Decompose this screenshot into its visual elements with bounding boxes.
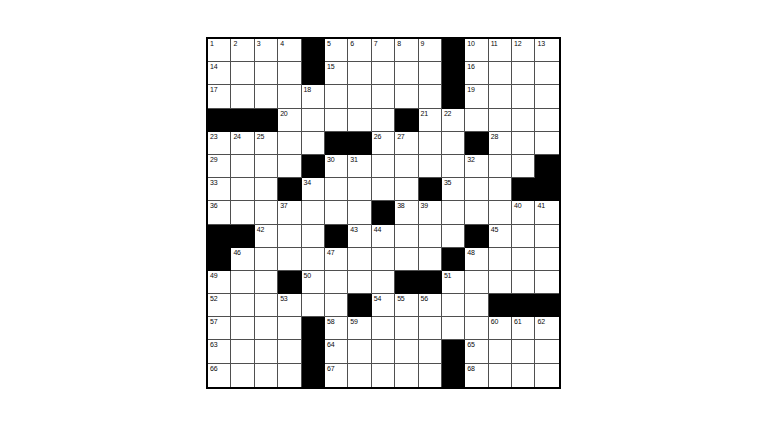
cell-r8c13[interactable] <box>489 201 512 224</box>
cell-r15c10[interactable] <box>419 364 442 387</box>
clue-number-58: 58 <box>327 318 334 325</box>
cell-r4c12[interactable] <box>465 109 488 132</box>
cell-r1c10[interactable]: 9 <box>419 39 442 62</box>
block-r2c5 <box>302 62 325 85</box>
clue-number-8: 8 <box>397 40 401 47</box>
cell-r10c10[interactable] <box>419 248 442 271</box>
clue-number-28: 28 <box>491 133 498 140</box>
clue-number-2: 2 <box>233 40 237 47</box>
cell-r6c4[interactable] <box>278 155 301 178</box>
cell-r10c4[interactable] <box>278 248 301 271</box>
crossword-grid: 1234567891011121314151617181920212223242… <box>206 37 561 389</box>
cell-r4c4[interactable]: 20 <box>278 109 301 132</box>
cell-r1c14[interactable]: 12 <box>512 39 535 62</box>
cell-r15c3[interactable] <box>255 364 278 387</box>
cell-r13c12[interactable] <box>465 317 488 340</box>
cell-r2c13[interactable] <box>489 62 512 85</box>
cell-r6c10[interactable] <box>419 155 442 178</box>
cell-r13c11[interactable] <box>442 317 465 340</box>
cell-r6c3[interactable] <box>255 155 278 178</box>
clue-number-18: 18 <box>304 86 311 93</box>
cell-r14c6[interactable]: 64 <box>325 340 348 363</box>
clue-number-49: 49 <box>210 272 217 279</box>
cell-r3c14[interactable] <box>512 85 535 108</box>
cell-r3c3[interactable] <box>255 85 278 108</box>
cell-r9c5[interactable] <box>302 225 325 248</box>
cell-r13c2[interactable] <box>231 317 254 340</box>
cell-r1c1[interactable]: 1 <box>208 39 231 62</box>
cell-r14c13[interactable] <box>489 340 512 363</box>
cell-r9c4[interactable] <box>278 225 301 248</box>
block-r5c12 <box>465 132 488 155</box>
clue-number-41: 41 <box>537 202 544 209</box>
clue-number-65: 65 <box>467 341 474 348</box>
cell-r6c6[interactable]: 30 <box>325 155 348 178</box>
cell-r2c9[interactable] <box>395 62 418 85</box>
cell-r15c2[interactable] <box>231 364 254 387</box>
cell-r12c10[interactable]: 56 <box>419 294 442 317</box>
cell-r14c9[interactable] <box>395 340 418 363</box>
clue-number-27: 27 <box>397 133 404 140</box>
cell-r3c15[interactable] <box>535 85 558 108</box>
cell-r10c6[interactable]: 47 <box>325 248 348 271</box>
cell-r7c5[interactable]: 34 <box>302 178 325 201</box>
block-r12c15 <box>535 294 558 317</box>
clue-number-7: 7 <box>374 40 378 47</box>
clue-number-61: 61 <box>514 318 521 325</box>
cell-r8c5[interactable] <box>302 201 325 224</box>
block-r4c1 <box>208 109 231 132</box>
cell-r14c10[interactable] <box>419 340 442 363</box>
cell-r13c6[interactable]: 58 <box>325 317 348 340</box>
page: 1234567891011121314151617181920212223242… <box>0 0 768 432</box>
clue-number-30: 30 <box>327 156 334 163</box>
clue-number-63: 63 <box>210 341 217 348</box>
cell-r13c10[interactable] <box>419 317 442 340</box>
cell-r1c8[interactable]: 7 <box>372 39 395 62</box>
cell-r8c14[interactable]: 40 <box>512 201 535 224</box>
block-r5c6 <box>325 132 348 155</box>
cell-r11c15[interactable] <box>535 271 558 294</box>
cell-r4c8[interactable] <box>372 109 395 132</box>
block-r1c5 <box>302 39 325 62</box>
cell-r7c8[interactable] <box>372 178 395 201</box>
cell-r15c13[interactable] <box>489 364 512 387</box>
clue-number-40: 40 <box>514 202 521 209</box>
clue-number-38: 38 <box>397 202 404 209</box>
block-r7c4 <box>278 178 301 201</box>
cell-r8c1[interactable]: 36 <box>208 201 231 224</box>
cell-r8c4[interactable]: 37 <box>278 201 301 224</box>
cell-r10c2[interactable]: 46 <box>231 248 254 271</box>
clue-number-53: 53 <box>280 295 287 302</box>
cell-r1c7[interactable]: 6 <box>348 39 371 62</box>
clue-number-45: 45 <box>491 226 498 233</box>
block-r5c7 <box>348 132 371 155</box>
clue-number-13: 13 <box>537 40 544 47</box>
cell-r2c6[interactable]: 15 <box>325 62 348 85</box>
cell-r7c11[interactable]: 35 <box>442 178 465 201</box>
block-r8c8 <box>372 201 395 224</box>
cell-r7c12[interactable] <box>465 178 488 201</box>
clue-number-6: 6 <box>350 40 354 47</box>
cell-r13c15[interactable]: 62 <box>535 317 558 340</box>
block-r2c11 <box>442 62 465 85</box>
cell-r6c2[interactable] <box>231 155 254 178</box>
clue-number-32: 32 <box>467 156 474 163</box>
block-r6c5 <box>302 155 325 178</box>
cell-r7c6[interactable] <box>325 178 348 201</box>
cell-r15c8[interactable] <box>372 364 395 387</box>
block-r11c10 <box>419 271 442 294</box>
cell-r1c3[interactable]: 3 <box>255 39 278 62</box>
clue-number-51: 51 <box>444 272 451 279</box>
block-r12c14 <box>512 294 535 317</box>
cell-r10c8[interactable] <box>372 248 395 271</box>
clue-number-24: 24 <box>233 133 240 140</box>
cell-r3c13[interactable] <box>489 85 512 108</box>
clue-number-42: 42 <box>257 226 264 233</box>
clue-number-67: 67 <box>327 365 334 372</box>
cell-r5c2[interactable]: 24 <box>231 132 254 155</box>
cell-r6c13[interactable] <box>489 155 512 178</box>
cell-r15c4[interactable] <box>278 364 301 387</box>
cell-r14c3[interactable] <box>255 340 278 363</box>
cell-r5c9[interactable]: 27 <box>395 132 418 155</box>
clue-number-26: 26 <box>374 133 381 140</box>
cell-r12c6[interactable] <box>325 294 348 317</box>
cell-r4c11[interactable]: 22 <box>442 109 465 132</box>
block-r3c11 <box>442 85 465 108</box>
cell-r15c9[interactable] <box>395 364 418 387</box>
clue-number-25: 25 <box>257 133 264 140</box>
cell-r14c8[interactable] <box>372 340 395 363</box>
cell-r14c14[interactable] <box>512 340 535 363</box>
cell-r11c6[interactable] <box>325 271 348 294</box>
cell-r12c8[interactable]: 54 <box>372 294 395 317</box>
cell-r6c12[interactable]: 32 <box>465 155 488 178</box>
block-r9c2 <box>231 225 254 248</box>
cell-r10c13[interactable] <box>489 248 512 271</box>
clue-number-19: 19 <box>467 86 474 93</box>
cell-r13c7[interactable]: 59 <box>348 317 371 340</box>
cell-r10c15[interactable] <box>535 248 558 271</box>
cell-r1c12[interactable]: 10 <box>465 39 488 62</box>
clue-number-4: 4 <box>280 40 284 47</box>
cell-r8c11[interactable] <box>442 201 465 224</box>
clue-number-22: 22 <box>444 110 451 117</box>
clue-number-59: 59 <box>350 318 357 325</box>
cell-r8c2[interactable] <box>231 201 254 224</box>
cell-r7c2[interactable] <box>231 178 254 201</box>
clue-number-56: 56 <box>421 295 428 302</box>
cell-r6c14[interactable] <box>512 155 535 178</box>
cell-r12c5[interactable] <box>302 294 325 317</box>
cell-r2c14[interactable] <box>512 62 535 85</box>
cell-r3c2[interactable] <box>231 85 254 108</box>
clue-number-62: 62 <box>537 318 544 325</box>
block-r9c12 <box>465 225 488 248</box>
clue-number-5: 5 <box>327 40 331 47</box>
cell-r11c2[interactable] <box>231 271 254 294</box>
block-r11c9 <box>395 271 418 294</box>
cell-r15c15[interactable] <box>535 364 558 387</box>
cell-r13c14[interactable]: 61 <box>512 317 535 340</box>
clue-number-21: 21 <box>421 110 428 117</box>
cell-r12c12[interactable] <box>465 294 488 317</box>
block-r11c4 <box>278 271 301 294</box>
cell-r5c5[interactable] <box>302 132 325 155</box>
block-r15c11 <box>442 364 465 387</box>
clue-number-11: 11 <box>491 40 498 47</box>
cell-r14c12[interactable]: 65 <box>465 340 488 363</box>
cell-r3c5[interactable]: 18 <box>302 85 325 108</box>
cell-r10c3[interactable] <box>255 248 278 271</box>
cell-r12c11[interactable] <box>442 294 465 317</box>
clue-number-15: 15 <box>327 63 334 70</box>
cell-r5c10[interactable] <box>419 132 442 155</box>
cell-r11c7[interactable] <box>348 271 371 294</box>
cell-r2c3[interactable] <box>255 62 278 85</box>
cell-r2c7[interactable] <box>348 62 371 85</box>
clue-number-66: 66 <box>210 365 217 372</box>
cell-r2c4[interactable] <box>278 62 301 85</box>
cell-r9c3[interactable]: 42 <box>255 225 278 248</box>
clue-number-31: 31 <box>350 156 357 163</box>
cell-r15c12[interactable]: 68 <box>465 364 488 387</box>
cell-r4c5[interactable] <box>302 109 325 132</box>
cell-r8c9[interactable]: 38 <box>395 201 418 224</box>
cell-r8c15[interactable]: 41 <box>535 201 558 224</box>
block-r7c14 <box>512 178 535 201</box>
cell-r13c1[interactable]: 57 <box>208 317 231 340</box>
cell-r6c9[interactable] <box>395 155 418 178</box>
cell-r9c13[interactable]: 45 <box>489 225 512 248</box>
clue-number-12: 12 <box>514 40 521 47</box>
cell-r11c11[interactable]: 51 <box>442 271 465 294</box>
cell-r6c7[interactable]: 31 <box>348 155 371 178</box>
cell-r8c7[interactable] <box>348 201 371 224</box>
cell-r5c13[interactable]: 28 <box>489 132 512 155</box>
cell-r1c9[interactable]: 8 <box>395 39 418 62</box>
cell-r11c1[interactable]: 49 <box>208 271 231 294</box>
block-r4c3 <box>255 109 278 132</box>
cell-r4c6[interactable] <box>325 109 348 132</box>
cell-r3c6[interactable] <box>325 85 348 108</box>
cell-r6c1[interactable]: 29 <box>208 155 231 178</box>
cell-r5c15[interactable] <box>535 132 558 155</box>
cell-r3c9[interactable] <box>395 85 418 108</box>
cell-r12c4[interactable]: 53 <box>278 294 301 317</box>
cell-r14c15[interactable] <box>535 340 558 363</box>
cell-r9c11[interactable] <box>442 225 465 248</box>
clue-number-47: 47 <box>327 249 334 256</box>
cell-r12c1[interactable]: 52 <box>208 294 231 317</box>
cell-r1c4[interactable]: 4 <box>278 39 301 62</box>
block-r15c5 <box>302 364 325 387</box>
cell-r2c2[interactable] <box>231 62 254 85</box>
clue-number-52: 52 <box>210 295 217 302</box>
cell-r5c11[interactable] <box>442 132 465 155</box>
cell-r10c7[interactable] <box>348 248 371 271</box>
cell-r3c10[interactable] <box>419 85 442 108</box>
cell-r10c12[interactable]: 48 <box>465 248 488 271</box>
clue-number-55: 55 <box>397 295 404 302</box>
cell-r4c10[interactable]: 21 <box>419 109 442 132</box>
cell-r8c12[interactable] <box>465 201 488 224</box>
clue-number-48: 48 <box>467 249 474 256</box>
cell-r9c8[interactable]: 44 <box>372 225 395 248</box>
block-r4c2 <box>231 109 254 132</box>
cell-r9c15[interactable] <box>535 225 558 248</box>
cell-r13c9[interactable] <box>395 317 418 340</box>
clue-number-35: 35 <box>444 179 451 186</box>
block-r7c15 <box>535 178 558 201</box>
cell-r12c3[interactable] <box>255 294 278 317</box>
clue-number-17: 17 <box>210 86 217 93</box>
cell-r1c15[interactable]: 13 <box>535 39 558 62</box>
cell-r11c14[interactable] <box>512 271 535 294</box>
cell-r7c9[interactable] <box>395 178 418 201</box>
cell-r15c1[interactable]: 66 <box>208 364 231 387</box>
cell-r7c3[interactable] <box>255 178 278 201</box>
cell-r1c6[interactable]: 5 <box>325 39 348 62</box>
cell-r2c10[interactable] <box>419 62 442 85</box>
block-r4c9 <box>395 109 418 132</box>
cell-r13c3[interactable] <box>255 317 278 340</box>
cell-r8c6[interactable] <box>325 201 348 224</box>
clue-number-1: 1 <box>210 40 214 47</box>
clue-number-29: 29 <box>210 156 217 163</box>
cell-r11c3[interactable] <box>255 271 278 294</box>
cell-r6c8[interactable] <box>372 155 395 178</box>
cell-r2c8[interactable] <box>372 62 395 85</box>
cell-r10c5[interactable] <box>302 248 325 271</box>
cell-r4c7[interactable] <box>348 109 371 132</box>
cell-r5c8[interactable]: 26 <box>372 132 395 155</box>
cell-r4c15[interactable] <box>535 109 558 132</box>
cell-r11c8[interactable] <box>372 271 395 294</box>
cell-r14c4[interactable] <box>278 340 301 363</box>
cell-r10c9[interactable] <box>395 248 418 271</box>
clue-number-37: 37 <box>280 202 287 209</box>
cell-r14c7[interactable] <box>348 340 371 363</box>
cell-r9c10[interactable] <box>419 225 442 248</box>
cell-r11c5[interactable]: 50 <box>302 271 325 294</box>
cell-r5c3[interactable]: 25 <box>255 132 278 155</box>
clue-number-54: 54 <box>374 295 381 302</box>
clue-number-3: 3 <box>257 40 261 47</box>
block-r12c13 <box>489 294 512 317</box>
clue-number-39: 39 <box>421 202 428 209</box>
cell-r4c13[interactable] <box>489 109 512 132</box>
cell-r3c4[interactable] <box>278 85 301 108</box>
clue-number-9: 9 <box>421 40 425 47</box>
clue-number-36: 36 <box>210 202 217 209</box>
cell-r9c7[interactable]: 43 <box>348 225 371 248</box>
clue-number-68: 68 <box>467 365 474 372</box>
block-r9c1 <box>208 225 231 248</box>
block-r9c6 <box>325 225 348 248</box>
block-r7c10 <box>419 178 442 201</box>
clue-number-16: 16 <box>467 63 474 70</box>
cell-r3c8[interactable] <box>372 85 395 108</box>
cell-r14c2[interactable] <box>231 340 254 363</box>
cell-r4c14[interactable] <box>512 109 535 132</box>
block-r14c5 <box>302 340 325 363</box>
clue-number-46: 46 <box>233 249 240 256</box>
clue-number-10: 10 <box>467 40 474 47</box>
cell-r10c14[interactable] <box>512 248 535 271</box>
clue-number-57: 57 <box>210 318 217 325</box>
clue-number-20: 20 <box>280 110 287 117</box>
cell-r11c12[interactable] <box>465 271 488 294</box>
cell-r2c15[interactable] <box>535 62 558 85</box>
cell-r13c4[interactable] <box>278 317 301 340</box>
cell-r1c2[interactable]: 2 <box>231 39 254 62</box>
block-r1c11 <box>442 39 465 62</box>
cell-r15c6[interactable]: 67 <box>325 364 348 387</box>
cell-r7c1[interactable]: 33 <box>208 178 231 201</box>
cell-r15c14[interactable] <box>512 364 535 387</box>
cell-r3c1[interactable]: 17 <box>208 85 231 108</box>
cell-r11c13[interactable] <box>489 271 512 294</box>
cell-r13c13[interactable]: 60 <box>489 317 512 340</box>
cell-r15c7[interactable] <box>348 364 371 387</box>
cell-r2c12[interactable]: 16 <box>465 62 488 85</box>
cell-r7c13[interactable] <box>489 178 512 201</box>
cell-r12c2[interactable] <box>231 294 254 317</box>
cell-r8c10[interactable]: 39 <box>419 201 442 224</box>
cell-r13c8[interactable] <box>372 317 395 340</box>
cell-r3c12[interactable]: 19 <box>465 85 488 108</box>
cell-r5c14[interactable] <box>512 132 535 155</box>
clue-number-50: 50 <box>304 272 311 279</box>
clue-number-43: 43 <box>350 226 357 233</box>
cell-r9c14[interactable] <box>512 225 535 248</box>
block-r14c11 <box>442 340 465 363</box>
cell-r3c7[interactable] <box>348 85 371 108</box>
block-r10c1 <box>208 248 231 271</box>
cell-r2c1[interactable]: 14 <box>208 62 231 85</box>
block-r12c7 <box>348 294 371 317</box>
cell-r14c1[interactable]: 63 <box>208 340 231 363</box>
block-r6c15 <box>535 155 558 178</box>
clue-number-64: 64 <box>327 341 334 348</box>
clue-number-44: 44 <box>374 226 381 233</box>
block-r10c11 <box>442 248 465 271</box>
clue-number-23: 23 <box>210 133 217 140</box>
block-r13c5 <box>302 317 325 340</box>
cell-r5c1[interactable]: 23 <box>208 132 231 155</box>
cell-r12c9[interactable]: 55 <box>395 294 418 317</box>
clue-number-60: 60 <box>491 318 498 325</box>
cell-r9c9[interactable] <box>395 225 418 248</box>
cell-r6c11[interactable] <box>442 155 465 178</box>
clue-number-14: 14 <box>210 63 217 70</box>
clue-number-34: 34 <box>304 179 311 186</box>
clue-number-33: 33 <box>210 179 217 186</box>
cell-r7c7[interactable] <box>348 178 371 201</box>
cell-r8c3[interactable] <box>255 201 278 224</box>
cell-r1c13[interactable]: 11 <box>489 39 512 62</box>
cell-r5c4[interactable] <box>278 132 301 155</box>
